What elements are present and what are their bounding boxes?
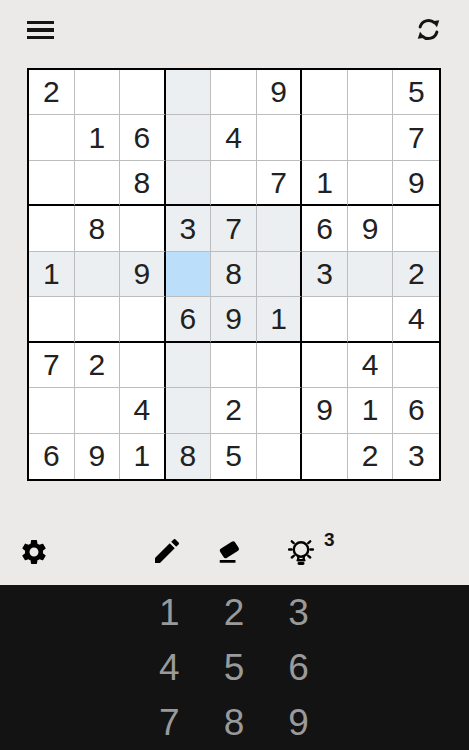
- lightbulb-icon: [284, 535, 318, 571]
- numpad-digit-9[interactable]: 9: [266, 695, 331, 750]
- numpad-digit-7[interactable]: 7: [137, 695, 202, 750]
- cell-r1c5[interactable]: [211, 70, 257, 115]
- cell-r2c6[interactable]: [257, 115, 303, 160]
- cell-r4c8[interactable]: 9: [348, 206, 394, 251]
- numpad-digit-5[interactable]: 5: [202, 640, 267, 695]
- cell-r8c5[interactable]: 2: [211, 388, 257, 433]
- cell-r5c9[interactable]: 2: [393, 252, 439, 297]
- cell-r8c3[interactable]: 4: [120, 388, 166, 433]
- cell-r7c3[interactable]: [120, 343, 166, 388]
- refresh-icon: [414, 15, 443, 44]
- cell-r9c5[interactable]: 5: [211, 434, 257, 479]
- cell-r6c3[interactable]: [120, 297, 166, 342]
- hamburger-icon: [27, 21, 54, 40]
- cell-r5c3[interactable]: 9: [120, 252, 166, 297]
- cell-r8c7[interactable]: 9: [302, 388, 348, 433]
- cell-r8c2[interactable]: [75, 388, 121, 433]
- cell-r3c1[interactable]: [29, 161, 75, 206]
- cell-r6c2[interactable]: [75, 297, 121, 342]
- cell-r9c4[interactable]: 8: [166, 434, 212, 479]
- cell-r6c4[interactable]: 6: [166, 297, 212, 342]
- cell-r1c2[interactable]: [75, 70, 121, 115]
- cell-r7c4[interactable]: [166, 343, 212, 388]
- cell-r2c1[interactable]: [29, 115, 75, 160]
- cell-r4c9[interactable]: [393, 206, 439, 251]
- numpad-digit-6[interactable]: 6: [266, 640, 331, 695]
- hint-button[interactable]: [284, 535, 318, 571]
- cell-r1c6[interactable]: 9: [257, 70, 303, 115]
- cell-r9c8[interactable]: 2: [348, 434, 394, 479]
- sudoku-board: 2951647871983769198326914724429166918523: [27, 68, 441, 481]
- cell-r3c6[interactable]: 7: [257, 161, 303, 206]
- cell-r1c8[interactable]: [348, 70, 394, 115]
- cell-r5c7[interactable]: 3: [302, 252, 348, 297]
- cell-r3c8[interactable]: [348, 161, 394, 206]
- notes-button[interactable]: [151, 535, 183, 567]
- cell-r4c6[interactable]: [257, 206, 303, 251]
- cell-r6c5[interactable]: 9: [211, 297, 257, 342]
- gear-icon: [19, 537, 49, 567]
- eraser-button[interactable]: [214, 537, 244, 567]
- cell-r6c1[interactable]: [29, 297, 75, 342]
- numpad-digits: 123456789: [137, 585, 331, 750]
- new-game-button[interactable]: [414, 15, 443, 44]
- cell-r9c1[interactable]: 6: [29, 434, 75, 479]
- cell-r9c9[interactable]: 3: [393, 434, 439, 479]
- cell-r6c8[interactable]: [348, 297, 394, 342]
- cell-r8c4[interactable]: [166, 388, 212, 433]
- numpad-digit-3[interactable]: 3: [266, 585, 331, 640]
- cell-r7c5[interactable]: [211, 343, 257, 388]
- cell-r4c1[interactable]: [29, 206, 75, 251]
- cell-r5c8[interactable]: [348, 252, 394, 297]
- cell-r2c5[interactable]: 4: [211, 115, 257, 160]
- cell-r7c6[interactable]: [257, 343, 303, 388]
- cell-r8c9[interactable]: 6: [393, 388, 439, 433]
- cell-r1c1[interactable]: 2: [29, 70, 75, 115]
- cell-r5c1[interactable]: 1: [29, 252, 75, 297]
- numpad-digit-8[interactable]: 8: [202, 695, 267, 750]
- cell-r7c1[interactable]: 7: [29, 343, 75, 388]
- cell-r7c9[interactable]: [393, 343, 439, 388]
- top-bar: [0, 0, 469, 62]
- cell-r4c7[interactable]: 6: [302, 206, 348, 251]
- cell-r4c2[interactable]: 8: [75, 206, 121, 251]
- numpad-digit-1[interactable]: 1: [137, 585, 202, 640]
- cell-r8c6[interactable]: [257, 388, 303, 433]
- cell-r4c5[interactable]: 7: [211, 206, 257, 251]
- cell-r8c8[interactable]: 1: [348, 388, 394, 433]
- cell-r4c3[interactable]: [120, 206, 166, 251]
- cell-r3c3[interactable]: 8: [120, 161, 166, 206]
- pencil-icon: [151, 535, 183, 567]
- numpad-digit-4[interactable]: 4: [137, 640, 202, 695]
- settings-button[interactable]: [19, 537, 49, 567]
- cell-r7c7[interactable]: [302, 343, 348, 388]
- cell-r3c4[interactable]: [166, 161, 212, 206]
- tool-row: 3: [0, 528, 469, 578]
- cell-r6c9[interactable]: 4: [393, 297, 439, 342]
- cell-r5c4[interactable]: [166, 252, 212, 297]
- cell-r9c3[interactable]: 1: [120, 434, 166, 479]
- menu-button[interactable]: [27, 19, 55, 41]
- cell-r8c1[interactable]: [29, 388, 75, 433]
- cell-r2c7[interactable]: [302, 115, 348, 160]
- cell-r7c2[interactable]: 2: [75, 343, 121, 388]
- cell-r1c3[interactable]: [120, 70, 166, 115]
- cell-r6c6[interactable]: 1: [257, 297, 303, 342]
- cell-r5c6[interactable]: [257, 252, 303, 297]
- number-panel: 123456789: [0, 585, 469, 750]
- hint-count-badge: 3: [324, 529, 335, 551]
- cell-r7c8[interactable]: 4: [348, 343, 394, 388]
- cell-r2c3[interactable]: 6: [120, 115, 166, 160]
- cell-r5c2[interactable]: [75, 252, 121, 297]
- cell-r3c5[interactable]: [211, 161, 257, 206]
- numpad-digit-2[interactable]: 2: [202, 585, 267, 640]
- cell-r3c9[interactable]: 9: [393, 161, 439, 206]
- cell-r6c7[interactable]: [302, 297, 348, 342]
- cell-r1c4[interactable]: [166, 70, 212, 115]
- cell-r5c5[interactable]: 8: [211, 252, 257, 297]
- eraser-icon: [214, 537, 244, 567]
- cell-r1c9[interactable]: 5: [393, 70, 439, 115]
- cell-r2c4[interactable]: [166, 115, 212, 160]
- cell-r3c7[interactable]: 1: [302, 161, 348, 206]
- cell-r3c2[interactable]: [75, 161, 121, 206]
- cell-r2c9[interactable]: 7: [393, 115, 439, 160]
- cell-r9c6[interactable]: [257, 434, 303, 479]
- cell-r2c8[interactable]: [348, 115, 394, 160]
- cell-r9c2[interactable]: 9: [75, 434, 121, 479]
- cell-r9c7[interactable]: [302, 434, 348, 479]
- cell-r1c7[interactable]: [302, 70, 348, 115]
- cell-r2c2[interactable]: 1: [75, 115, 121, 160]
- cell-r4c4[interactable]: 3: [166, 206, 212, 251]
